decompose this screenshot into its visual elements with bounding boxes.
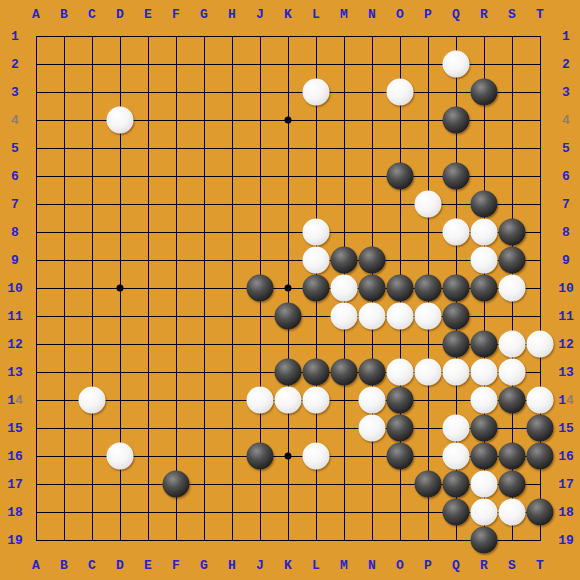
black-stone (471, 527, 498, 554)
column-label-bottom-r: R (480, 559, 488, 572)
column-label-bottom-k: K (284, 559, 292, 572)
row-label-right-9: 9 (562, 254, 570, 267)
white-stone (359, 415, 386, 442)
black-stone (359, 359, 386, 386)
white-stone (331, 303, 358, 330)
row-label-left-15: 15 (7, 422, 23, 435)
column-label-bottom-n: N (368, 559, 376, 572)
column-label-top-s: S (508, 8, 516, 21)
black-stone (443, 499, 470, 526)
row-label-left-4: 4 (11, 114, 19, 127)
row-label-right-7: 7 (562, 198, 570, 211)
black-stone (499, 247, 526, 274)
row-label-left-2: 2 (11, 58, 19, 71)
star-point (285, 117, 292, 124)
white-stone (303, 387, 330, 414)
column-label-bottom-t: T (536, 559, 544, 572)
column-label-bottom-m: M (340, 559, 348, 572)
column-label-bottom-d: D (116, 559, 124, 572)
row-label-left-16: 16 (7, 450, 23, 463)
row-label-right-17: 17 (558, 478, 574, 491)
row-label-left-18: 18 (7, 506, 23, 519)
row-label-right-8: 8 (562, 226, 570, 239)
row-label-left-7: 7 (11, 198, 19, 211)
white-stone (471, 219, 498, 246)
column-label-bottom-e: E (144, 559, 152, 572)
row-label-left-9: 9 (11, 254, 19, 267)
row-label-right-3: 3 (562, 86, 570, 99)
white-stone (527, 331, 554, 358)
row-label-right-11: 11 (558, 310, 574, 323)
column-label-top-k: K (284, 8, 292, 21)
star-point (285, 285, 292, 292)
white-stone (471, 359, 498, 386)
white-stone (499, 275, 526, 302)
black-stone (471, 331, 498, 358)
black-stone (471, 191, 498, 218)
black-stone (387, 415, 414, 442)
row-label-right-4: 4 (562, 114, 570, 127)
column-label-top-n: N (368, 8, 376, 21)
white-stone (387, 359, 414, 386)
black-stone (275, 303, 302, 330)
row-label-right-10: 10 (558, 282, 574, 295)
white-stone (415, 303, 442, 330)
black-stone (471, 415, 498, 442)
white-stone (387, 79, 414, 106)
column-label-top-g: G (200, 8, 208, 21)
white-stone (443, 443, 470, 470)
white-stone (247, 387, 274, 414)
row-label-right-2: 2 (562, 58, 570, 71)
row-label-left-13: 13 (7, 366, 23, 379)
column-label-top-r: R (480, 8, 488, 21)
black-stone (387, 443, 414, 470)
row-label-right-12: 12 (558, 338, 574, 351)
star-point (117, 285, 124, 292)
white-stone (387, 303, 414, 330)
black-stone (443, 471, 470, 498)
white-stone (527, 387, 554, 414)
black-stone (359, 275, 386, 302)
white-stone (499, 331, 526, 358)
row-label-left-12: 12 (7, 338, 23, 351)
black-stone (443, 275, 470, 302)
white-stone (303, 79, 330, 106)
column-label-bottom-j: J (256, 559, 264, 572)
column-label-bottom-c: C (88, 559, 96, 572)
row-label-left-17: 17 (7, 478, 23, 491)
black-stone (387, 163, 414, 190)
white-stone (443, 51, 470, 78)
white-stone (471, 387, 498, 414)
black-stone (163, 471, 190, 498)
column-label-top-p: P (424, 8, 432, 21)
column-label-top-h: H (228, 8, 236, 21)
column-label-bottom-b: B (60, 559, 68, 572)
black-stone (303, 359, 330, 386)
column-label-top-b: B (60, 8, 68, 21)
column-label-top-a: A (32, 8, 40, 21)
star-point (285, 453, 292, 460)
white-stone (79, 387, 106, 414)
white-stone (303, 443, 330, 470)
black-stone (247, 443, 274, 470)
black-stone (359, 247, 386, 274)
go-board[interactable]: AABBCCDDEEFFGGHHJJKKLLMMNNOOPPQQRRSSTT11… (0, 0, 580, 580)
row-label-right-16: 16 (558, 450, 574, 463)
row-label-right-1: 1 (562, 30, 570, 43)
row-label-left-10: 10 (7, 282, 23, 295)
white-stone (471, 471, 498, 498)
black-stone (331, 247, 358, 274)
black-stone (471, 443, 498, 470)
black-stone (471, 275, 498, 302)
column-label-top-d: D (116, 8, 124, 21)
white-stone (107, 443, 134, 470)
white-stone (303, 219, 330, 246)
column-label-bottom-a: A (32, 559, 40, 572)
black-stone (443, 107, 470, 134)
white-stone (499, 499, 526, 526)
column-label-bottom-q: Q (452, 559, 460, 572)
row-label-right-15: 15 (558, 422, 574, 435)
column-label-bottom-o: O (396, 559, 404, 572)
column-label-top-j: J (256, 8, 264, 21)
row-label-left-8: 8 (11, 226, 19, 239)
white-stone (415, 359, 442, 386)
row-label-right-18: 18 (558, 506, 574, 519)
white-stone (275, 387, 302, 414)
black-stone (527, 415, 554, 442)
row-label-right-19: 19 (558, 534, 574, 547)
white-stone (499, 359, 526, 386)
white-stone (331, 275, 358, 302)
white-stone (443, 219, 470, 246)
column-label-top-m: M (340, 8, 348, 21)
white-stone (443, 415, 470, 442)
row-label-left-19: 19 (7, 534, 23, 547)
black-stone (443, 331, 470, 358)
row-label-right-5: 5 (562, 142, 570, 155)
column-label-bottom-h: H (228, 559, 236, 572)
white-stone (359, 387, 386, 414)
row-label-right-13: 13 (558, 366, 574, 379)
black-stone (499, 219, 526, 246)
row-label-left-5: 5 (11, 142, 19, 155)
row-label-left-14: 14 (7, 394, 23, 407)
row-label-right-6: 6 (562, 170, 570, 183)
white-stone (443, 359, 470, 386)
column-label-top-e: E (144, 8, 152, 21)
column-label-bottom-f: F (172, 559, 180, 572)
column-label-bottom-p: P (424, 559, 432, 572)
row-label-left-6: 6 (11, 170, 19, 183)
black-stone (443, 303, 470, 330)
column-label-bottom-s: S (508, 559, 516, 572)
black-stone (499, 387, 526, 414)
column-label-top-q: Q (452, 8, 460, 21)
black-stone (527, 499, 554, 526)
black-stone (415, 275, 442, 302)
white-stone (471, 499, 498, 526)
row-label-left-11: 11 (7, 310, 23, 323)
white-stone (471, 247, 498, 274)
black-stone (415, 471, 442, 498)
black-stone (247, 275, 274, 302)
column-label-top-t: T (536, 8, 544, 21)
black-stone (527, 443, 554, 470)
black-stone (303, 275, 330, 302)
black-stone (387, 275, 414, 302)
row-label-left-1: 1 (11, 30, 19, 43)
row-label-right-14: 14 (558, 394, 574, 407)
black-stone (443, 163, 470, 190)
column-label-bottom-g: G (200, 559, 208, 572)
white-stone (359, 303, 386, 330)
black-stone (499, 471, 526, 498)
white-stone (107, 107, 134, 134)
column-label-top-f: F (172, 8, 180, 21)
column-label-top-o: O (396, 8, 404, 21)
black-stone (275, 359, 302, 386)
black-stone (331, 359, 358, 386)
column-label-top-l: L (312, 8, 320, 21)
row-label-left-3: 3 (11, 86, 19, 99)
column-label-bottom-l: L (312, 559, 320, 572)
column-label-top-c: C (88, 8, 96, 21)
white-stone (303, 247, 330, 274)
white-stone (415, 191, 442, 218)
black-stone (387, 387, 414, 414)
black-stone (471, 79, 498, 106)
black-stone (499, 443, 526, 470)
